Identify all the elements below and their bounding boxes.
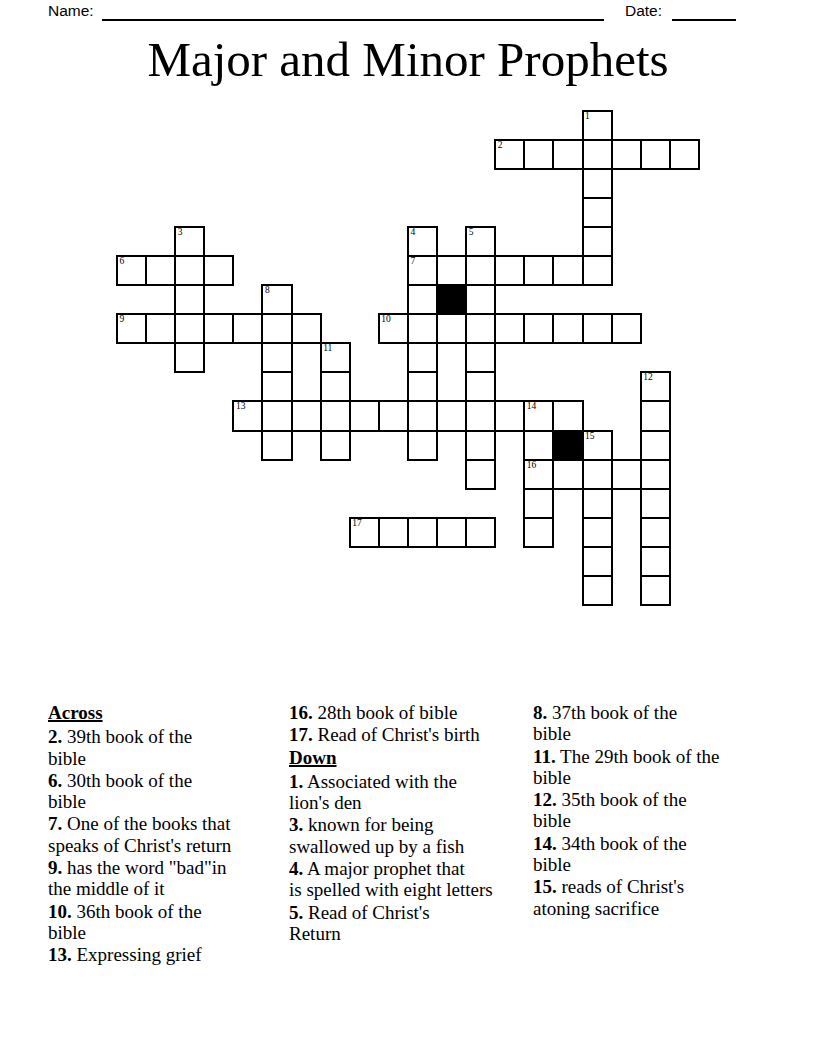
cell-r8c10[interactable] — [407, 342, 438, 373]
clues-column-3: 8. 37th book of thebible11. The 29th boo… — [533, 702, 765, 920]
cell-r12c14[interactable]: 16 — [523, 459, 554, 490]
cell-r7c9[interactable]: 10 — [378, 313, 409, 344]
cell-number-16: 16 — [527, 461, 537, 471]
cell-r7c1[interactable] — [145, 313, 176, 344]
clue-number: 7. — [48, 813, 62, 834]
cell-r1c15[interactable] — [552, 139, 583, 170]
cell-r7c12[interactable] — [465, 313, 496, 344]
cell-r5c12[interactable] — [465, 255, 496, 286]
cell-number-11: 11 — [323, 344, 332, 354]
cell-r6c2[interactable] — [174, 284, 205, 315]
cell-r10c13[interactable] — [494, 400, 525, 431]
clue-number: 17. — [289, 724, 313, 745]
cell-r15c18[interactable] — [640, 546, 671, 577]
black-cell-r6c11 — [436, 284, 467, 315]
cell-r10c10[interactable] — [407, 400, 438, 431]
cell-r12c15[interactable] — [552, 459, 583, 490]
cell-r10c8[interactable] — [349, 400, 380, 431]
cell-r13c14[interactable] — [523, 488, 554, 519]
cell-r4c2[interactable]: 3 — [174, 226, 205, 257]
cell-number-8: 8 — [265, 286, 270, 296]
cell-r6c10[interactable] — [407, 284, 438, 315]
cell-r14c8[interactable]: 17 — [349, 517, 380, 548]
cell-r13c16[interactable] — [582, 488, 613, 519]
clue-down-14: 14. 34th book of thebible — [533, 833, 765, 876]
clue-number: 11. — [533, 746, 556, 767]
cell-r9c5[interactable] — [261, 371, 292, 402]
cell-r6c12[interactable] — [465, 284, 496, 315]
cell-r7c14[interactable] — [523, 313, 554, 344]
cell-r7c3[interactable] — [203, 313, 234, 344]
clues-column-2: 16. 28th book of bible17. Read of Christ… — [289, 702, 521, 945]
cell-r10c11[interactable] — [436, 400, 467, 431]
cell-r5c3[interactable] — [203, 255, 234, 286]
cell-number-13: 13 — [236, 402, 246, 412]
clue-across-9: 9. has the word "bad"inthe middle of it — [48, 857, 280, 900]
crossword-grid: 1234567891011121314151617 — [117, 111, 699, 605]
clue-down-3: 3. known for beingswallowed up by a fish — [289, 814, 521, 857]
cell-r7c11[interactable] — [436, 313, 467, 344]
clue-down-8: 8. 37th book of thebible — [533, 702, 765, 745]
cell-number-9: 9 — [120, 315, 125, 325]
cell-r0c16[interactable]: 1 — [582, 110, 613, 141]
cell-r4c12[interactable]: 5 — [465, 226, 496, 257]
cell-r7c4[interactable] — [232, 313, 263, 344]
cell-r2c16[interactable] — [582, 168, 613, 199]
cell-r11c16[interactable]: 15 — [582, 430, 613, 461]
clue-across-6: 6. 30th book of thebible — [48, 770, 280, 813]
cell-r9c18[interactable]: 12 — [640, 371, 671, 402]
cell-number-2: 2 — [498, 141, 503, 151]
cell-r16c18[interactable] — [640, 575, 671, 606]
clue-number: 13. — [48, 944, 72, 965]
cell-r7c16[interactable] — [582, 313, 613, 344]
clue-down-4: 4. A major prophet thatis spelled with e… — [289, 858, 521, 901]
clue-across-13: 13. Expressing grief — [48, 944, 280, 965]
clue-number: 4. — [289, 858, 303, 879]
cell-r7c5[interactable] — [261, 313, 292, 344]
cell-r5c15[interactable] — [552, 255, 583, 286]
cell-r9c7[interactable] — [320, 371, 351, 402]
clue-down-12: 12. 35th book of thebible — [533, 789, 765, 832]
cell-r14c12[interactable] — [465, 517, 496, 548]
cell-r5c10[interactable]: 7 — [407, 255, 438, 286]
cell-r10c7[interactable] — [320, 400, 351, 431]
cell-r11c12[interactable] — [465, 430, 496, 461]
cell-r5c13[interactable] — [494, 255, 525, 286]
clue-down-15: 15. reads of Christ'satoning sacrifice — [533, 876, 765, 919]
cell-r13c18[interactable] — [640, 488, 671, 519]
clue-number: 14. — [533, 833, 557, 854]
cell-r5c11[interactable] — [436, 255, 467, 286]
cell-r10c18[interactable] — [640, 400, 671, 431]
cell-r14c9[interactable] — [378, 517, 409, 548]
clue-down-5: 5. Read of Christ'sReturn — [289, 902, 521, 945]
puzzle-title: Major and Minor Prophets — [0, 31, 816, 90]
clue-number: 10. — [48, 901, 72, 922]
cell-r7c15[interactable] — [552, 313, 583, 344]
clue-number: 3. — [289, 814, 303, 835]
cell-r4c10[interactable]: 4 — [407, 226, 438, 257]
cell-r10c4[interactable]: 13 — [232, 400, 263, 431]
clue-across-16: 16. 28th book of bible — [289, 702, 521, 723]
cell-r9c10[interactable] — [407, 371, 438, 402]
cell-r5c16[interactable] — [582, 255, 613, 286]
cell-number-15: 15 — [585, 432, 595, 442]
cell-number-7: 7 — [410, 257, 415, 267]
cell-r8c2[interactable] — [174, 342, 205, 373]
cell-r7c6[interactable] — [291, 313, 322, 344]
clue-number: 8. — [533, 702, 547, 723]
clue-number: 6. — [48, 770, 62, 791]
cell-r14c14[interactable] — [523, 517, 554, 548]
cell-r15c16[interactable] — [582, 546, 613, 577]
cell-number-3: 3 — [178, 228, 183, 238]
cell-r10c5[interactable] — [261, 400, 292, 431]
cell-r3c16[interactable] — [582, 197, 613, 228]
cell-r11c7[interactable] — [320, 430, 351, 461]
cell-r5c14[interactable] — [523, 255, 554, 286]
cell-number-17: 17 — [352, 519, 362, 529]
name-blank-line — [102, 3, 604, 21]
cell-r10c9[interactable] — [378, 400, 409, 431]
cell-r14c11[interactable] — [436, 517, 467, 548]
clue-across-7: 7. One of the books thatspeaks of Christ… — [48, 813, 280, 856]
cell-r1c18[interactable] — [640, 139, 671, 170]
cell-r7c17[interactable] — [611, 313, 642, 344]
across-heading: Across — [48, 702, 280, 723]
cell-r12c18[interactable] — [640, 459, 671, 490]
clue-number: 12. — [533, 789, 557, 810]
cell-number-10: 10 — [381, 315, 391, 325]
cell-r1c19[interactable] — [669, 139, 700, 170]
cell-r11c18[interactable] — [640, 430, 671, 461]
cell-r10c12[interactable] — [465, 400, 496, 431]
cell-r5c1[interactable] — [145, 255, 176, 286]
cell-r12c12[interactable] — [465, 459, 496, 490]
cell-r1c14[interactable] — [523, 139, 554, 170]
cell-r1c13[interactable]: 2 — [494, 139, 525, 170]
cell-r11c5[interactable] — [261, 430, 292, 461]
cell-r16c16[interactable] — [582, 575, 613, 606]
clue-down-11: 11. The 29th book of thebible — [533, 746, 765, 789]
cell-r5c0[interactable]: 6 — [116, 255, 147, 286]
cell-r8c5[interactable] — [261, 342, 292, 373]
cell-r8c12[interactable] — [465, 342, 496, 373]
cell-number-6: 6 — [120, 257, 125, 267]
cell-number-1: 1 — [585, 112, 590, 122]
clue-across-17: 17. Read of Christ's birth — [289, 724, 521, 745]
clue-number: 2. — [48, 726, 62, 747]
cell-r1c17[interactable] — [611, 139, 642, 170]
cell-r8c7[interactable]: 11 — [320, 342, 351, 373]
cell-number-12: 12 — [643, 373, 653, 383]
black-cell-r11c15 — [552, 430, 583, 461]
cell-r10c15[interactable] — [552, 400, 583, 431]
cell-r14c10[interactable] — [407, 517, 438, 548]
clue-across-2: 2. 39th book of thebible — [48, 726, 280, 769]
cell-r4c16[interactable] — [582, 226, 613, 257]
cell-number-14: 14 — [527, 402, 537, 412]
cell-r6c5[interactable]: 8 — [261, 284, 292, 315]
cell-number-5: 5 — [469, 228, 474, 238]
cell-r10c6[interactable] — [291, 400, 322, 431]
cell-r9c12[interactable] — [465, 371, 496, 402]
clue-down-1: 1. Associated with thelion's den — [289, 771, 521, 814]
cell-r12c17[interactable] — [611, 459, 642, 490]
date-blank-line — [672, 3, 736, 21]
worksheet-page: Name: Date: Major and Minor Prophets 123… — [0, 0, 816, 1056]
clue-number: 9. — [48, 857, 62, 878]
cell-r7c2[interactable] — [174, 313, 205, 344]
clue-number: 16. — [289, 702, 313, 723]
cell-r11c14[interactable] — [523, 430, 554, 461]
clues-column-1: Across2. 39th book of thebible6. 30th bo… — [48, 702, 280, 967]
clue-number: 5. — [289, 902, 303, 923]
date-label: Date: — [625, 2, 662, 19]
cell-r14c16[interactable] — [582, 517, 613, 548]
cell-r11c10[interactable] — [407, 430, 438, 461]
cell-r7c10[interactable] — [407, 313, 438, 344]
name-label: Name: — [48, 2, 94, 19]
cell-number-4: 4 — [410, 228, 415, 238]
clue-across-10: 10. 36th book of thebible — [48, 901, 280, 944]
cell-r7c0[interactable]: 9 — [116, 313, 147, 344]
cell-r1c16[interactable] — [582, 139, 613, 170]
clue-number: 15. — [533, 876, 557, 897]
down-heading: Down — [289, 747, 521, 768]
cell-r5c2[interactable] — [174, 255, 205, 286]
cell-r10c14[interactable]: 14 — [523, 400, 554, 431]
cell-r12c16[interactable] — [582, 459, 613, 490]
cell-r14c18[interactable] — [640, 517, 671, 548]
cell-r7c13[interactable] — [494, 313, 525, 344]
clue-number: 1. — [289, 771, 303, 792]
